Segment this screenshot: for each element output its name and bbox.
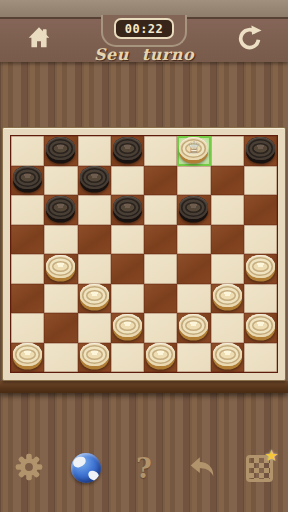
square-r2c5[interactable]: [177, 195, 210, 225]
square-r5c7: [244, 284, 277, 314]
square-r7c4[interactable]: [144, 343, 177, 373]
white-man[interactable]: [246, 255, 275, 278]
white-man[interactable]: [213, 343, 242, 366]
language-button[interactable]: [70, 452, 102, 484]
white-man[interactable]: [246, 314, 275, 337]
white-king[interactable]: ♕: [179, 137, 208, 160]
new-game-board-star-icon: ★: [246, 455, 273, 482]
checkers-board-frame: ♕: [2, 127, 286, 381]
square-r1c5: [177, 166, 210, 196]
square-r6c1[interactable]: [44, 313, 77, 343]
white-man[interactable]: [13, 343, 42, 366]
square-r3c0[interactable]: [11, 225, 44, 255]
square-r7c7: [244, 343, 277, 373]
square-r1c2[interactable]: [78, 166, 111, 196]
square-r4c1[interactable]: [44, 254, 77, 284]
undo-arrow-icon: [188, 455, 216, 482]
square-r4c4: [144, 254, 177, 284]
square-r1c4[interactable]: [144, 166, 177, 196]
square-r6c2: [78, 313, 111, 343]
settings-gear-icon: [14, 452, 44, 485]
restart-button[interactable]: [236, 25, 262, 51]
square-r1c0[interactable]: [11, 166, 44, 196]
square-r0c5[interactable]: ♕: [177, 136, 210, 166]
star-icon: ★: [264, 448, 278, 464]
board-bottom-edge: [0, 381, 288, 393]
black-man[interactable]: [46, 137, 75, 160]
square-r7c1: [44, 343, 77, 373]
square-r2c3[interactable]: [111, 195, 144, 225]
square-r5c5: [177, 284, 210, 314]
home-button[interactable]: [26, 25, 52, 51]
square-r3c2[interactable]: [78, 225, 111, 255]
black-man[interactable]: [13, 166, 42, 189]
black-man[interactable]: [179, 196, 208, 219]
square-r7c0[interactable]: [11, 343, 44, 373]
square-r5c0[interactable]: [11, 284, 44, 314]
square-r6c6: [211, 313, 244, 343]
square-r3c7: [244, 225, 277, 255]
square-r3c4[interactable]: [144, 225, 177, 255]
white-man[interactable]: [213, 284, 242, 307]
square-r4c0: [11, 254, 44, 284]
white-man[interactable]: [179, 314, 208, 337]
square-r4c7[interactable]: [244, 254, 277, 284]
square-r4c2: [78, 254, 111, 284]
black-man[interactable]: [46, 196, 75, 219]
language-globe-icon: [71, 453, 101, 483]
timer-display: 00:22: [114, 18, 174, 39]
square-r5c6[interactable]: [211, 284, 244, 314]
square-r7c5: [177, 343, 210, 373]
help-question-icon: ?: [136, 455, 152, 482]
square-r0c2: [78, 136, 111, 166]
timer-tab: 00:22: [101, 15, 187, 47]
square-r0c7[interactable]: [244, 136, 277, 166]
refresh-icon: [236, 39, 262, 54]
square-r0c4: [144, 136, 177, 166]
square-r3c5: [177, 225, 210, 255]
help-button[interactable]: ?: [128, 452, 160, 484]
black-man[interactable]: [246, 137, 275, 160]
home-icon: [26, 39, 52, 54]
square-r5c4[interactable]: [144, 284, 177, 314]
square-r5c1: [44, 284, 77, 314]
square-r7c2[interactable]: [78, 343, 111, 373]
square-r0c0: [11, 136, 44, 166]
square-r2c6: [211, 195, 244, 225]
black-man[interactable]: [113, 196, 142, 219]
king-crown-icon: ♕: [179, 137, 208, 160]
square-r3c3: [111, 225, 144, 255]
settings-button[interactable]: [13, 452, 45, 484]
white-man[interactable]: [146, 343, 175, 366]
checkers-app-screen: 00:22 Seu turno ♕: [0, 0, 288, 512]
square-r3c1: [44, 225, 77, 255]
square-r6c7[interactable]: [244, 313, 277, 343]
black-man[interactable]: [113, 137, 142, 160]
white-man[interactable]: [46, 255, 75, 278]
white-man[interactable]: [80, 284, 109, 307]
undo-button[interactable]: [186, 452, 218, 484]
black-man[interactable]: [80, 166, 109, 189]
square-r7c3: [111, 343, 144, 373]
square-r0c1[interactable]: [44, 136, 77, 166]
checkers-board: ♕: [10, 135, 278, 373]
timer-value: 00:22: [125, 23, 164, 35]
square-r0c3[interactable]: [111, 136, 144, 166]
square-r6c5[interactable]: [177, 313, 210, 343]
new-game-button[interactable]: ★: [243, 452, 275, 484]
square-r6c0: [11, 313, 44, 343]
bottom-toolbar: ? ★: [0, 448, 288, 488]
square-r2c1[interactable]: [44, 195, 77, 225]
square-r5c3: [111, 284, 144, 314]
square-r3c6[interactable]: [211, 225, 244, 255]
square-r4c5[interactable]: [177, 254, 210, 284]
white-man[interactable]: [113, 314, 142, 337]
square-r6c3[interactable]: [111, 313, 144, 343]
square-r4c3[interactable]: [111, 254, 144, 284]
square-r5c2[interactable]: [78, 284, 111, 314]
square-r2c2: [78, 195, 111, 225]
square-r4c6: [211, 254, 244, 284]
white-man[interactable]: [80, 343, 109, 366]
square-r0c6: [211, 136, 244, 166]
square-r6c4: [144, 313, 177, 343]
square-r2c7[interactable]: [244, 195, 277, 225]
square-r1c7: [244, 166, 277, 196]
square-r1c1: [44, 166, 77, 196]
square-r1c3: [111, 166, 144, 196]
square-r2c0: [11, 195, 44, 225]
square-r2c4: [144, 195, 177, 225]
square-r7c6[interactable]: [211, 343, 244, 373]
square-r1c6[interactable]: [211, 166, 244, 196]
